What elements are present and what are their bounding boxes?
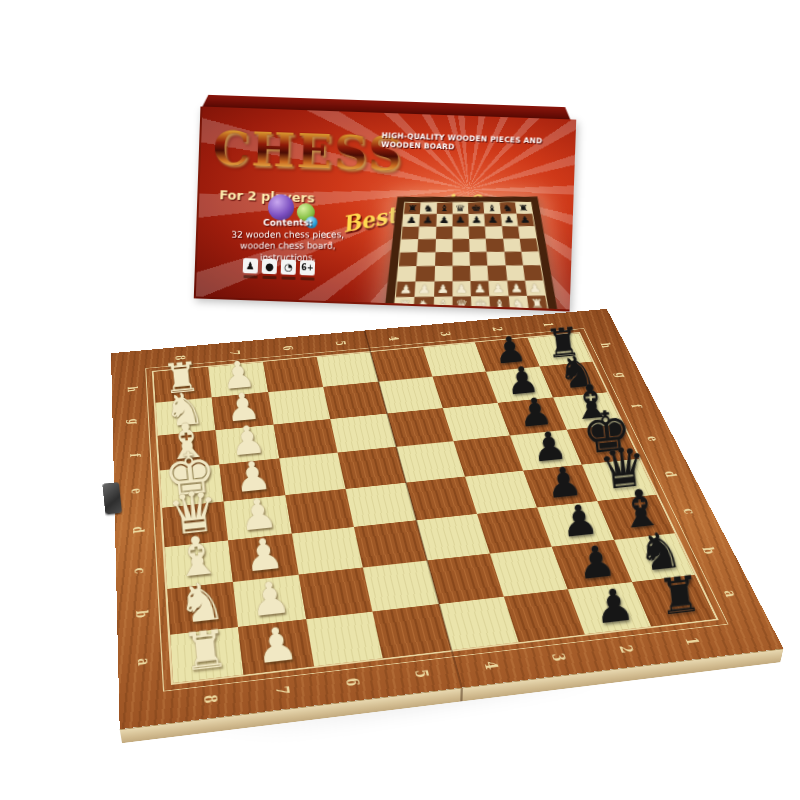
board-square [268, 387, 330, 424]
board-square [338, 447, 406, 489]
rank-label: 4 [386, 336, 401, 342]
file-label: c [680, 508, 698, 515]
board-frame: 87654321 87654321 hgfedcba hgfedcba ♜♟♟♜… [111, 309, 783, 729]
file-label: a [720, 589, 740, 598]
rank-label: 6 [342, 677, 362, 687]
rank-label: 7 [272, 685, 292, 695]
board-square: ♟ [238, 619, 313, 675]
file-label: f [628, 404, 644, 409]
box-banner: HIGH-QUALITY WOODEN PIECES AND WOODEN BO… [381, 131, 570, 156]
black-pawn: ♟ [593, 581, 637, 630]
file-label: b [133, 610, 151, 619]
black-rook: ♜ [656, 569, 704, 623]
black-pawn: ♟ [575, 538, 618, 585]
file-label: e [128, 488, 145, 495]
rank-label: 5 [412, 668, 432, 678]
file-label: d [130, 526, 147, 534]
file-label: b [699, 547, 719, 555]
rank-label: 1 [681, 636, 702, 646]
file-label: g [612, 372, 629, 378]
box-title: CHESS [212, 125, 404, 178]
board-square [346, 483, 416, 527]
rank-label: 3 [438, 331, 453, 337]
file-label: c [131, 567, 149, 575]
file-label: d [661, 470, 679, 477]
file-label: h [598, 342, 614, 348]
rank-label: 2 [615, 644, 636, 654]
white-pawn: ♟ [247, 574, 292, 623]
board-square [285, 489, 354, 534]
chess-board: 87654321 87654321 hgfedcba hgfedcba ♜♟♟♜… [111, 309, 783, 729]
white-rook: ♜ [180, 623, 231, 679]
file-label: a [134, 657, 153, 666]
file-label: e [644, 436, 661, 443]
rank-label: 8 [201, 694, 221, 705]
product-photo: CHESS For 2 players Best choice HIGH-QUA… [0, 0, 800, 800]
board-square [292, 527, 363, 575]
rank-label: 4 [480, 660, 500, 670]
white-pawn: ♟ [253, 619, 299, 670]
metal-clasp [102, 482, 122, 514]
board-square [306, 611, 383, 666]
file-label: f [127, 453, 143, 458]
chess-board-scene: 87654321 87654321 hgfedcba hgfedcba ♜♟♟♜… [118, 195, 693, 770]
board-square: ♜ [170, 627, 244, 683]
rank-label: 5 [333, 340, 348, 346]
board-square [299, 568, 373, 619]
file-label: g [126, 418, 142, 425]
file-label: h [125, 386, 140, 393]
rank-label: 3 [548, 652, 569, 662]
rank-label: 6 [280, 345, 295, 351]
